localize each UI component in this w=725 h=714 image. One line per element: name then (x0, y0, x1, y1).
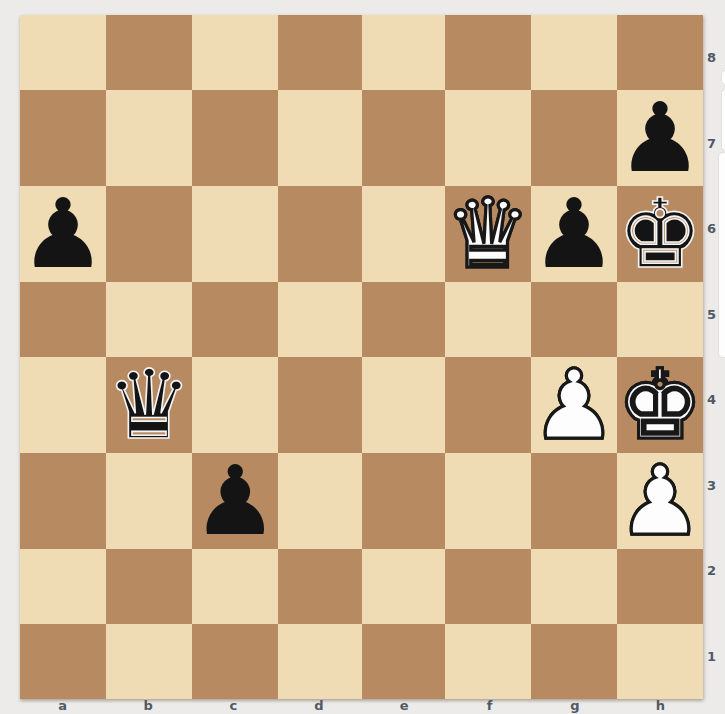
square-d7[interactable] (278, 90, 361, 186)
white-king[interactable]: ♚ (617, 357, 703, 453)
square-e7[interactable] (362, 90, 445, 186)
square-d6[interactable] (278, 186, 361, 282)
rank-label-1: 1 (703, 614, 720, 700)
square-g6[interactable]: ♟ (531, 186, 617, 282)
square-g4[interactable]: ♟ (531, 357, 617, 453)
square-c2[interactable] (192, 549, 278, 624)
rank-label-8: 8 (703, 15, 720, 101)
square-a3[interactable] (20, 453, 106, 549)
white-pawn[interactable]: ♟ (531, 357, 617, 453)
square-c3[interactable]: ♟ (192, 453, 278, 549)
file-label-a: a (20, 698, 105, 714)
square-b1[interactable] (106, 624, 192, 699)
square-e2[interactable] (362, 549, 445, 624)
square-g2[interactable] (531, 549, 617, 624)
square-c8[interactable] (192, 15, 278, 90)
square-h5[interactable] (617, 282, 703, 357)
square-g5[interactable] (531, 282, 617, 357)
file-label-b: b (105, 698, 190, 714)
square-e4[interactable] (362, 357, 445, 453)
file-label-f: f (447, 698, 532, 714)
square-f3[interactable] (445, 453, 531, 549)
square-b4[interactable]: ♛ (106, 357, 192, 453)
square-e8[interactable] (362, 15, 445, 90)
square-f7[interactable] (445, 90, 531, 186)
file-label-h: h (618, 698, 703, 714)
chess-board: ♟♟♛♟♚♛♟♚♟♟ (20, 15, 703, 699)
black-pawn[interactable]: ♟ (531, 186, 617, 282)
square-b8[interactable] (106, 15, 192, 90)
square-b2[interactable] (106, 549, 192, 624)
square-f8[interactable] (445, 15, 531, 90)
file-label-e: e (362, 698, 447, 714)
square-f6[interactable]: ♛ (445, 186, 531, 282)
square-h3[interactable]: ♟ (617, 453, 703, 549)
file-label-g: g (532, 698, 617, 714)
square-e3[interactable] (362, 453, 445, 549)
square-b3[interactable] (106, 453, 192, 549)
square-a4[interactable] (20, 357, 106, 453)
square-g1[interactable] (531, 624, 617, 699)
rank-label-4: 4 (703, 357, 720, 443)
file-labels: abcdefgh (20, 698, 703, 714)
square-e6[interactable] (362, 186, 445, 282)
square-b6[interactable] (106, 186, 192, 282)
square-d3[interactable] (278, 453, 361, 549)
black-queen[interactable]: ♛ (106, 357, 192, 453)
square-h2[interactable] (617, 549, 703, 624)
rank-labels: 87654321 (703, 15, 720, 699)
square-d1[interactable] (278, 624, 361, 699)
square-b7[interactable] (106, 90, 192, 186)
square-h1[interactable] (617, 624, 703, 699)
square-h6[interactable]: ♚ (617, 186, 703, 282)
black-pawn[interactable]: ♟ (20, 186, 106, 282)
square-c7[interactable] (192, 90, 278, 186)
rank-label-2: 2 (703, 528, 720, 614)
square-f4[interactable] (445, 357, 531, 453)
white-queen[interactable]: ♛ (445, 186, 531, 282)
black-pawn[interactable]: ♟ (192, 453, 278, 549)
right-edge-panel (721, 70, 725, 85)
square-f2[interactable] (445, 549, 531, 624)
square-g7[interactable] (531, 90, 617, 186)
square-d4[interactable] (278, 357, 361, 453)
black-king[interactable]: ♚ (617, 186, 703, 282)
square-g8[interactable] (531, 15, 617, 90)
rank-label-3: 3 (703, 443, 720, 529)
square-d8[interactable] (278, 15, 361, 90)
square-f1[interactable] (445, 624, 531, 699)
square-g3[interactable] (531, 453, 617, 549)
square-c1[interactable] (192, 624, 278, 699)
square-a1[interactable] (20, 624, 106, 699)
right-edge-panel (721, 89, 725, 151)
square-c5[interactable] (192, 282, 278, 357)
black-pawn[interactable]: ♟ (617, 90, 703, 186)
square-c6[interactable] (192, 186, 278, 282)
square-a8[interactable] (20, 15, 106, 90)
square-d2[interactable] (278, 549, 361, 624)
square-b5[interactable] (106, 282, 192, 357)
square-a2[interactable] (20, 549, 106, 624)
square-h8[interactable] (617, 15, 703, 90)
square-d5[interactable] (278, 282, 361, 357)
square-a7[interactable] (20, 90, 106, 186)
square-e5[interactable] (362, 282, 445, 357)
square-e1[interactable] (362, 624, 445, 699)
square-f5[interactable] (445, 282, 531, 357)
file-label-c: c (191, 698, 276, 714)
square-a5[interactable] (20, 282, 106, 357)
square-h7[interactable]: ♟ (617, 90, 703, 186)
square-h4[interactable]: ♚ (617, 357, 703, 453)
white-pawn[interactable]: ♟ (617, 453, 703, 549)
square-c4[interactable] (192, 357, 278, 453)
file-label-d: d (276, 698, 361, 714)
right-edge-panel (718, 152, 725, 358)
square-a6[interactable]: ♟ (20, 186, 106, 282)
